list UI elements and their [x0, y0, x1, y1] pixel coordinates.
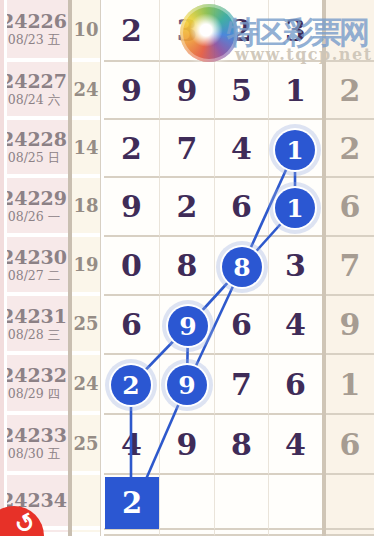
circled-number: 9 — [168, 306, 208, 346]
digit-cell: 9 — [104, 62, 159, 120]
draw-date: 08/30 五 — [8, 447, 61, 461]
circled-number: 1 — [275, 130, 315, 170]
draw-date: 08/27 二 — [8, 269, 61, 283]
stat-cell: 10 — [72, 0, 100, 62]
grey-digit-cell — [326, 475, 374, 530]
digit-cell: 9 — [159, 415, 214, 475]
draw-number: 24231 — [1, 306, 67, 327]
stat-cell: 25 — [72, 296, 100, 355]
digit-cell: 5 — [214, 62, 268, 120]
stat-cell: 25 — [72, 415, 100, 475]
digit-cell: 6 — [214, 178, 268, 237]
draw-number: 24232 — [1, 365, 67, 386]
digit-cell: 1 — [268, 62, 322, 120]
stat-cell: 19 — [72, 237, 100, 296]
draw-date: 08/24 六 — [8, 93, 61, 107]
draw-cell: 24227 08/24 六 — [0, 62, 68, 120]
digit-cell: 7 — [159, 120, 214, 178]
digit-cell — [214, 475, 268, 530]
digit-cell: 8 — [159, 237, 214, 296]
digit-cell: 6 — [104, 296, 159, 355]
digit-cell: 2 — [104, 120, 159, 178]
left-edge-line — [4, 0, 7, 536]
draw-date: 08/25 日 — [8, 151, 61, 165]
digit-cell: 9 — [104, 178, 159, 237]
draw-date: 08/23 五 — [8, 33, 61, 47]
digit-cell: 6 — [214, 296, 268, 355]
draw-cell: 24230 08/27 二 — [0, 237, 68, 296]
draw-cell: 24232 08/29 四 — [0, 355, 68, 415]
stat-cell: 24 — [72, 62, 100, 120]
draw-cell: 24233 08/30 五 — [0, 415, 68, 475]
stat-cell: 14 — [72, 120, 100, 178]
watermark-site-url: www.tqcp.net — [235, 45, 373, 64]
draw-number: 24233 — [1, 425, 67, 446]
digit-cell: 7 — [214, 355, 268, 415]
grey-digit-cell: 6 — [326, 415, 374, 475]
draw-date: 08/29 四 — [8, 387, 61, 401]
draw-cell: 24231 08/28 三 — [0, 296, 68, 355]
draw-number: 24229 — [1, 188, 67, 209]
digit-cell: 4 — [104, 415, 159, 475]
draw-number: 24227 — [1, 71, 67, 92]
digit-cell — [159, 530, 214, 536]
grey-digit-cell: 2 — [326, 62, 374, 120]
stat-cell: 24 — [72, 355, 100, 415]
circled-number: 8 — [222, 247, 262, 287]
next-draw-pick-square: 2 — [105, 477, 159, 529]
draw-cell: 24229 08/26 一 — [0, 178, 68, 237]
digit-cell: 9 — [159, 62, 214, 120]
circled-number: 2 — [111, 365, 151, 405]
draw-date: 08/26 一 — [8, 210, 61, 224]
digit-cell: 0 — [104, 237, 159, 296]
digit-cell: 4 — [214, 120, 268, 178]
digit-cell: 2 — [159, 178, 214, 237]
grey-digit-cell: 6 — [326, 178, 374, 237]
draw-number: 24230 — [1, 247, 67, 268]
grey-digit-cell: 7 — [326, 237, 374, 296]
digit-cell: 8 — [214, 415, 268, 475]
digit-cell — [214, 530, 268, 536]
stat-cell — [72, 530, 100, 536]
circled-number: 1 — [275, 188, 315, 228]
draw-date: 08/28 三 — [8, 328, 61, 342]
digit-cell: 2 — [104, 0, 159, 62]
digit-cell: 3 — [268, 237, 322, 296]
digit-cell: 4 — [268, 415, 322, 475]
digit-cell: 6 — [268, 355, 322, 415]
draw-number: 24228 — [1, 129, 67, 150]
grey-digit-cell: 1 — [326, 355, 374, 415]
circled-number: 9 — [167, 365, 207, 405]
grey-digit-cell — [326, 530, 374, 536]
lottery-trend-chart: 24226 08/23 五 10 2 3 2 3 24227 08/24 六 2… — [0, 0, 374, 536]
grey-digit-cell: 2 — [326, 120, 374, 178]
digit-cell — [104, 530, 159, 536]
digit-cell: 4 — [268, 296, 322, 355]
digit-cell — [159, 475, 214, 530]
digit-cell — [268, 475, 322, 530]
stat-cell: 18 — [72, 178, 100, 237]
draw-number: 24226 — [1, 11, 67, 32]
stat-cell — [72, 475, 100, 530]
trend-table: 24226 08/23 五 10 2 3 2 3 24227 08/24 六 2… — [0, 0, 374, 536]
draw-cell: 24228 08/25 日 — [0, 120, 68, 178]
grey-digit-cell: 9 — [326, 296, 374, 355]
draw-cell: 24226 08/23 五 — [0, 0, 68, 62]
digit-cell — [268, 530, 322, 536]
